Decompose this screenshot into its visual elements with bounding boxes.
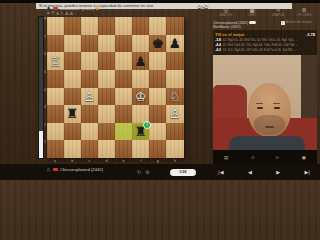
webcam-video bbox=[213, 55, 317, 150]
square-c1[interactable] bbox=[81, 140, 98, 158]
time-pill bbox=[249, 21, 256, 24]
piece-white-pawn[interactable]: ♙ bbox=[83, 90, 95, 103]
square-e8[interactable] bbox=[115, 17, 132, 35]
square-f8[interactable] bbox=[132, 17, 149, 35]
player-name-black[interactable]: BlitzMaster (2619) bbox=[60, 6, 94, 11]
square-f1[interactable] bbox=[132, 140, 149, 158]
streamer-eye bbox=[257, 107, 263, 109]
square-a7[interactable] bbox=[47, 35, 64, 53]
captured-pieces-black: ♕♖♗♘♙♙ bbox=[47, 11, 184, 16]
square-b5[interactable] bbox=[64, 70, 81, 88]
square-a8[interactable] bbox=[47, 17, 64, 35]
clock: 0:43 bbox=[198, 3, 208, 9]
pv-line-3[interactable]: -4.242. Ta7+ Rg6 43. Cf3 Txf3+ 44. Rxf3 … bbox=[215, 47, 315, 52]
square-g5[interactable] bbox=[149, 70, 166, 88]
panel-player-names: Chessexplained (2442) BlitzMaster (2619) bbox=[213, 21, 279, 30]
video-timestamp: 0:58 bbox=[170, 169, 196, 176]
square-c7[interactable] bbox=[81, 35, 98, 53]
pv-moves: 42. Rg4 h5+ 43. Rh4 Tf4+ 44. Rh5 Txh3+ 4… bbox=[223, 38, 298, 42]
square-d4[interactable] bbox=[98, 88, 115, 106]
square-a5[interactable] bbox=[47, 70, 64, 88]
file-label-b: b bbox=[64, 158, 81, 164]
square-e2[interactable] bbox=[115, 123, 132, 141]
playback-4-icon[interactable]: ▶| bbox=[304, 169, 310, 175]
move-playback-controls: |◀◀▶▶| bbox=[218, 167, 310, 177]
square-b1[interactable] bbox=[64, 140, 81, 158]
tab-label: Análisis bbox=[213, 14, 239, 18]
title-badge bbox=[53, 7, 58, 10]
square-d7[interactable] bbox=[98, 35, 115, 53]
square-b2[interactable] bbox=[64, 123, 81, 141]
square-d8[interactable] bbox=[98, 17, 115, 35]
streamer-stubble bbox=[254, 115, 285, 135]
file-label-f: f bbox=[132, 158, 149, 164]
player-name-white[interactable]: Chessexplained (2442) bbox=[60, 167, 103, 172]
square-h5[interactable] bbox=[166, 70, 183, 88]
square-a3[interactable] bbox=[47, 105, 64, 123]
square-c5[interactable] bbox=[81, 70, 98, 88]
square-b7[interactable] bbox=[64, 35, 81, 53]
square-h3[interactable]: ♙ bbox=[166, 105, 183, 123]
streamer-mouth bbox=[265, 126, 274, 128]
cam-control-1-icon[interactable]: ▤ bbox=[224, 155, 228, 160]
square-h8[interactable] bbox=[166, 17, 183, 35]
file-label-c: c bbox=[81, 158, 98, 164]
square-e7[interactable] bbox=[115, 35, 132, 53]
square-d3[interactable] bbox=[98, 105, 115, 123]
square-g4[interactable] bbox=[149, 88, 166, 106]
square-b8[interactable] bbox=[64, 17, 81, 35]
square-c6[interactable] bbox=[81, 52, 98, 70]
engine-analysis-box: Tf2 es el mejor -3.78 -3.842. Rg4 h5+ 43… bbox=[213, 30, 317, 55]
square-h4[interactable]: ♘ bbox=[166, 88, 183, 106]
playback-1-icon[interactable]: |◀ bbox=[218, 169, 224, 175]
tab-label: Gráfica bbox=[265, 14, 291, 18]
file-label-a: a bbox=[47, 158, 64, 164]
square-h1[interactable] bbox=[166, 140, 183, 158]
server-analysis-toggle[interactable]: ✓ Análisis del servidor bbox=[281, 21, 318, 25]
square-h6[interactable] bbox=[166, 52, 183, 70]
square-g3[interactable] bbox=[149, 105, 166, 123]
piece-white-pawn[interactable]: ♙ bbox=[169, 107, 181, 120]
tab-libro[interactable]: ▦Libro bbox=[239, 7, 265, 20]
square-b4[interactable] bbox=[64, 88, 81, 106]
square-g7[interactable]: ♚ bbox=[149, 35, 166, 53]
square-a2[interactable] bbox=[47, 123, 64, 141]
square-e4[interactable] bbox=[115, 88, 132, 106]
square-a1[interactable] bbox=[47, 140, 64, 158]
streamer-shoulders bbox=[229, 136, 305, 150]
checkbox-icon[interactable]: ✓ bbox=[281, 21, 285, 25]
square-f7[interactable] bbox=[132, 35, 149, 53]
panel-name-black[interactable]: BlitzMaster (2619) bbox=[213, 25, 241, 30]
playback-3-icon[interactable]: ▶ bbox=[276, 169, 280, 175]
pv-moves: 42. Ta7+ Rg6 43. Cf3 Txf3+ 44. Rxf3 Txc4… bbox=[223, 48, 296, 52]
square-b3[interactable]: ♜ bbox=[64, 105, 81, 123]
pv-eval: -4.4 bbox=[215, 43, 221, 47]
cam-control-4-icon[interactable]: ▣ bbox=[302, 155, 306, 160]
square-e5[interactable] bbox=[115, 70, 132, 88]
square-f5[interactable] bbox=[132, 70, 149, 88]
streamer-eye bbox=[274, 107, 280, 109]
board-tool-1-icon[interactable]: ↻ bbox=[137, 169, 141, 175]
playback-2-icon[interactable]: ◀ bbox=[248, 169, 252, 175]
webcam-control-bar: ▤◁▷▣ bbox=[213, 150, 317, 164]
square-h7[interactable]: ♟ bbox=[166, 35, 183, 53]
piece-black-pawn[interactable]: ♟ bbox=[169, 37, 181, 50]
piece-black-rook[interactable]: ♜ bbox=[66, 107, 78, 120]
square-a6[interactable]: ♖ bbox=[47, 52, 64, 70]
tab-label: Libro bbox=[239, 14, 265, 18]
title-badge bbox=[53, 168, 58, 171]
square-d6[interactable] bbox=[98, 52, 115, 70]
square-c4[interactable]: ♙ bbox=[81, 88, 98, 106]
piece-white-king[interactable]: ♔ bbox=[135, 90, 147, 103]
live-dot bbox=[96, 7, 99, 10]
square-d1[interactable] bbox=[98, 140, 115, 158]
square-f2[interactable]: ♜! bbox=[132, 123, 149, 141]
pv-eval: -4.2 bbox=[215, 48, 221, 52]
cam-doorframe bbox=[301, 55, 317, 119]
tab-análisis[interactable]: ◎Análisis bbox=[213, 7, 239, 20]
pv-list: -3.842. Rg4 h5+ 43. Rh4 Tf4+ 44. Rh5 Txh… bbox=[215, 37, 315, 52]
square-g1[interactable] bbox=[149, 140, 166, 158]
piece-white-knight[interactable]: ♘ bbox=[169, 90, 181, 103]
square-e3[interactable] bbox=[115, 105, 132, 123]
server-analysis-label: Análisis del servidor bbox=[286, 21, 312, 25]
square-d5[interactable] bbox=[98, 70, 115, 88]
cam-control-2-icon[interactable]: ◁ bbox=[250, 155, 253, 160]
player-bar-black: ♞ BlitzMaster (2619) ♕♖♗♘♙♙ bbox=[47, 5, 184, 17]
knight-icon: ♘ bbox=[47, 167, 51, 173]
board-tool-2-icon[interactable]: ⚙ bbox=[145, 169, 149, 175]
best-move-text: Tf2 es el mejor bbox=[215, 32, 244, 37]
tab-label: Opciones bbox=[291, 14, 317, 18]
file-label-g: g bbox=[149, 158, 166, 164]
square-b6[interactable] bbox=[64, 52, 81, 70]
piece-black-king[interactable]: ♚ bbox=[152, 37, 164, 50]
cam-control-3-icon[interactable]: ▷ bbox=[276, 155, 279, 160]
analysis-tabs: ◎Análisis▦Libro✎Gráfica⚙Opciones bbox=[213, 7, 317, 20]
file-label-d: d bbox=[98, 158, 115, 164]
square-g2[interactable] bbox=[149, 123, 166, 141]
square-g8[interactable] bbox=[149, 17, 166, 35]
piece-black-pawn[interactable]: ♟ bbox=[135, 55, 147, 68]
chess-board[interactable]: ♚♟♖♟♙♔♘♜♙♜! bbox=[47, 17, 184, 158]
square-e6[interactable] bbox=[115, 52, 132, 70]
square-d2[interactable] bbox=[98, 123, 115, 141]
square-c2[interactable] bbox=[81, 123, 98, 141]
square-e1[interactable] bbox=[115, 140, 132, 158]
eval-number: -3.78 bbox=[306, 32, 315, 37]
file-label-h: h bbox=[166, 158, 183, 164]
pv-moves: 42. Re4 Txh3 43. Cf5+ Rg6 44. Txf6+ Rxf6… bbox=[223, 43, 298, 47]
square-c3[interactable] bbox=[81, 105, 98, 123]
square-c8[interactable] bbox=[81, 17, 98, 35]
square-f6[interactable]: ♟ bbox=[132, 52, 149, 70]
square-f4[interactable]: ♔ bbox=[132, 88, 149, 106]
square-a4[interactable] bbox=[47, 88, 64, 106]
tab-gráfica[interactable]: ✎Gráfica bbox=[265, 7, 291, 20]
piece-white-rook[interactable]: ♖ bbox=[49, 55, 61, 68]
file-label-e: e bbox=[115, 158, 132, 164]
square-g6[interactable] bbox=[149, 52, 166, 70]
square-h2[interactable] bbox=[166, 123, 183, 141]
board-tools: ↻⚙ bbox=[137, 168, 167, 176]
file-coordinates: abcdefgh bbox=[47, 158, 184, 164]
pv-eval: -3.8 bbox=[215, 38, 221, 42]
tab-opciones[interactable]: ⚙Opciones bbox=[291, 7, 317, 20]
